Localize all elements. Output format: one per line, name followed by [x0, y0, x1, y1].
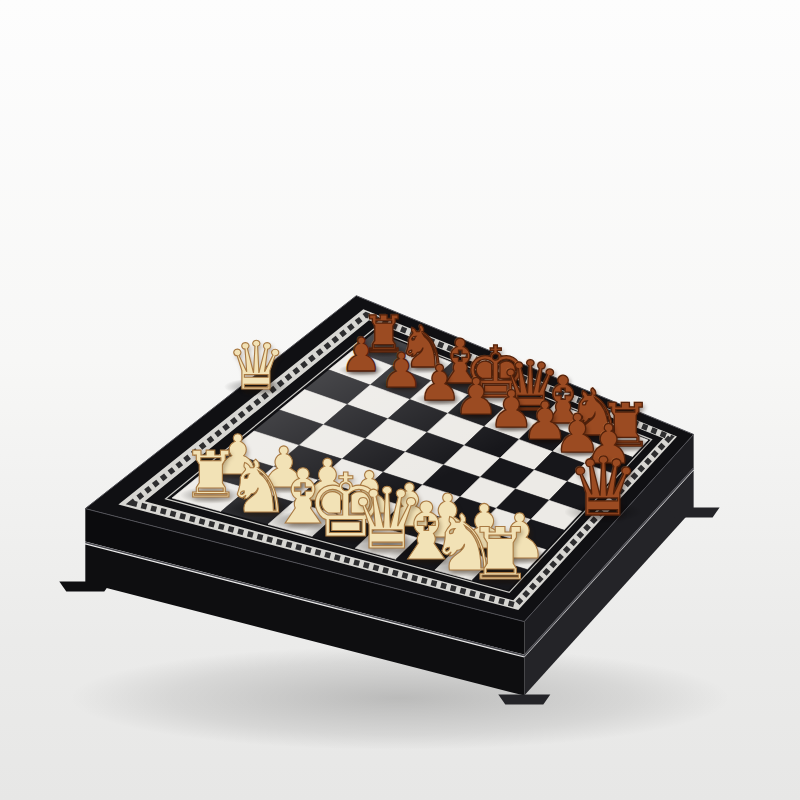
piece-black-pawn-b7[interactable]: ♟ — [380, 345, 423, 393]
box-foot — [668, 507, 720, 517]
spare-black-queen[interactable]: ♛ — [567, 447, 640, 528]
chess-set-product-photo: ♜♞♟♝♟♛♚♟♛♟♝♟♞♟♜♟♟♟♟♜♟♞♟♛♝♟♚♟♛♟♝♟♞♜ — [0, 0, 800, 800]
box-foot — [59, 582, 111, 592]
spare-white-queen[interactable]: ♛ — [227, 333, 287, 400]
piece-black-pawn-a7[interactable]: ♟ — [340, 331, 382, 378]
piece-white-rook-h1[interactable]: ♜ — [468, 519, 532, 591]
chess-board — [0, 0, 800, 800]
box-foot — [498, 695, 550, 705]
